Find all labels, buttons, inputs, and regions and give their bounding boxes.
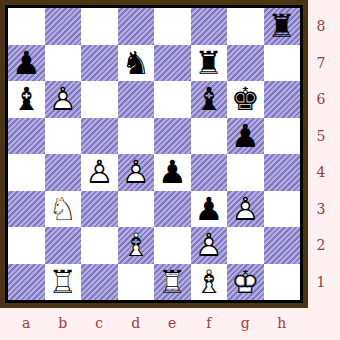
rank-label-5: 5	[317, 128, 326, 144]
square-f4[interactable]	[191, 154, 228, 191]
square-f6[interactable]: ♝	[191, 81, 228, 118]
white-piece-outline-glyph: ♙	[118, 154, 155, 191]
square-f2[interactable]: ♟♙	[191, 227, 228, 264]
square-a1[interactable]	[8, 264, 45, 301]
square-a6[interactable]: ♝	[8, 81, 45, 118]
chess-board: ♜♟♞♜♝♟♙♝♚♟♟♙♟♙♟♞♘♟♟♙♝♗♟♙♜♖♜♖♝♗♚♔	[8, 8, 300, 300]
square-b4[interactable]	[45, 154, 82, 191]
white-piece-outline-glyph: ♔	[227, 264, 264, 301]
square-b8[interactable]	[45, 8, 82, 45]
square-c7[interactable]	[81, 45, 118, 82]
black-piece-glyph: ♝	[191, 81, 228, 118]
square-e4[interactable]: ♟	[154, 154, 191, 191]
square-g5[interactable]: ♟	[227, 118, 264, 155]
black-bishop-f6[interactable]: ♝	[191, 81, 228, 118]
white-piece-outline-glyph: ♙	[81, 154, 118, 191]
black-piece-glyph: ♝	[8, 81, 45, 118]
file-label-b: b	[58, 315, 67, 331]
black-piece-glyph: ♚	[227, 81, 264, 118]
square-g3[interactable]: ♟♙	[227, 191, 264, 228]
square-d5[interactable]	[118, 118, 155, 155]
white-pawn-d4[interactable]: ♟♙	[118, 154, 155, 191]
white-piece-outline-glyph: ♙	[227, 191, 264, 228]
square-a5[interactable]	[8, 118, 45, 155]
rank-label-2: 2	[317, 237, 326, 253]
square-g6[interactable]: ♚	[227, 81, 264, 118]
black-king-g6[interactable]: ♚	[227, 81, 264, 118]
white-piece-outline-glyph: ♖	[154, 264, 191, 301]
square-b6[interactable]: ♟♙	[45, 81, 82, 118]
square-d2[interactable]: ♝♗	[118, 227, 155, 264]
square-a3[interactable]	[8, 191, 45, 228]
square-f3[interactable]: ♟	[191, 191, 228, 228]
square-h4[interactable]	[264, 154, 301, 191]
black-piece-glyph: ♟	[227, 118, 264, 155]
file-labels: abcdefgh	[8, 310, 300, 336]
square-c3[interactable]	[81, 191, 118, 228]
square-f8[interactable]	[191, 8, 228, 45]
square-e2[interactable]	[154, 227, 191, 264]
rank-label-1: 1	[317, 274, 326, 290]
square-c4[interactable]: ♟♙	[81, 154, 118, 191]
square-d6[interactable]	[118, 81, 155, 118]
black-rook-h8[interactable]: ♜	[264, 8, 301, 45]
square-b3[interactable]: ♞♘	[45, 191, 82, 228]
black-piece-glyph: ♟	[154, 154, 191, 191]
white-pawn-c4[interactable]: ♟♙	[81, 154, 118, 191]
square-d4[interactable]: ♟♙	[118, 154, 155, 191]
white-pawn-b6[interactable]: ♟♙	[45, 81, 82, 118]
white-piece-outline-glyph: ♙	[45, 81, 82, 118]
square-d7[interactable]: ♞	[118, 45, 155, 82]
black-piece-glyph: ♞	[118, 45, 155, 82]
black-piece-glyph: ♜	[264, 8, 301, 45]
white-king-g1[interactable]: ♚♔	[227, 264, 264, 301]
square-h5[interactable]	[264, 118, 301, 155]
square-c5[interactable]	[81, 118, 118, 155]
black-pawn-f3[interactable]: ♟	[191, 191, 228, 228]
file-label-h: h	[277, 315, 286, 331]
square-b5[interactable]	[45, 118, 82, 155]
square-a4[interactable]	[8, 154, 45, 191]
square-d3[interactable]	[118, 191, 155, 228]
file-label-f: f	[206, 315, 211, 331]
square-a7[interactable]: ♟	[8, 45, 45, 82]
square-e6[interactable]	[154, 81, 191, 118]
black-pawn-e4[interactable]: ♟	[154, 154, 191, 191]
square-e1[interactable]: ♜♖	[154, 264, 191, 301]
square-h2[interactable]	[264, 227, 301, 264]
white-piece-outline-glyph: ♗	[191, 264, 228, 301]
rank-label-7: 7	[317, 55, 326, 71]
square-e5[interactable]	[154, 118, 191, 155]
square-d8[interactable]	[118, 8, 155, 45]
white-pawn-g3[interactable]: ♟♙	[227, 191, 264, 228]
square-b2[interactable]	[45, 227, 82, 264]
square-h6[interactable]	[264, 81, 301, 118]
square-d1[interactable]	[118, 264, 155, 301]
white-rook-e1[interactable]: ♜♖	[154, 264, 191, 301]
square-e7[interactable]	[154, 45, 191, 82]
square-h8[interactable]: ♜	[264, 8, 301, 45]
black-pawn-a7[interactable]: ♟	[8, 45, 45, 82]
white-bishop-d2[interactable]: ♝♗	[118, 227, 155, 264]
white-pawn-f2[interactable]: ♟♙	[191, 227, 228, 264]
board-inner-border: ♜♟♞♜♝♟♙♝♚♟♟♙♟♙♟♞♘♟♟♙♝♗♟♙♜♖♜♖♝♗♚♔	[5, 5, 303, 303]
square-h1[interactable]	[264, 264, 301, 301]
black-knight-d7[interactable]: ♞	[118, 45, 155, 82]
white-piece-outline-glyph: ♘	[45, 191, 82, 228]
square-b1[interactable]: ♜♖	[45, 264, 82, 301]
white-piece-outline-glyph: ♖	[45, 264, 82, 301]
square-g4[interactable]	[227, 154, 264, 191]
black-bishop-a6[interactable]: ♝	[8, 81, 45, 118]
file-label-a: a	[22, 315, 30, 331]
file-label-d: d	[131, 315, 140, 331]
square-g1[interactable]: ♚♔	[227, 264, 264, 301]
square-a8[interactable]	[8, 8, 45, 45]
rank-label-6: 6	[317, 91, 326, 107]
square-g2[interactable]	[227, 227, 264, 264]
square-g8[interactable]	[227, 8, 264, 45]
square-c8[interactable]	[81, 8, 118, 45]
square-e8[interactable]	[154, 8, 191, 45]
square-f7[interactable]: ♜	[191, 45, 228, 82]
black-piece-glyph: ♜	[191, 45, 228, 82]
black-piece-glyph: ♟	[8, 45, 45, 82]
square-f5[interactable]	[191, 118, 228, 155]
board-frame: ♜♟♞♜♝♟♙♝♚♟♟♙♟♙♟♞♘♟♟♙♝♗♟♙♜♖♜♖♝♗♚♔	[0, 0, 308, 308]
white-piece-outline-glyph: ♙	[191, 227, 228, 264]
white-piece-outline-glyph: ♗	[118, 227, 155, 264]
square-g7[interactable]	[227, 45, 264, 82]
square-c1[interactable]	[81, 264, 118, 301]
rank-label-3: 3	[317, 201, 326, 217]
square-c6[interactable]	[81, 81, 118, 118]
white-bishop-f1[interactable]: ♝♗	[191, 264, 228, 301]
square-c2[interactable]	[81, 227, 118, 264]
rank-labels: 87654321	[308, 8, 334, 300]
square-a2[interactable]	[8, 227, 45, 264]
square-f1[interactable]: ♝♗	[191, 264, 228, 301]
file-label-c: c	[95, 315, 103, 331]
square-h7[interactable]	[264, 45, 301, 82]
file-label-e: e	[168, 315, 176, 331]
black-pawn-g5[interactable]: ♟	[227, 118, 264, 155]
rank-label-4: 4	[317, 164, 326, 180]
black-piece-glyph: ♟	[191, 191, 228, 228]
white-rook-b1[interactable]: ♜♖	[45, 264, 82, 301]
file-label-g: g	[241, 315, 250, 331]
square-e3[interactable]	[154, 191, 191, 228]
square-b7[interactable]	[45, 45, 82, 82]
square-h3[interactable]	[264, 191, 301, 228]
rank-label-8: 8	[317, 18, 326, 34]
black-rook-f7[interactable]: ♜	[191, 45, 228, 82]
white-knight-b3[interactable]: ♞♘	[45, 191, 82, 228]
chess-diagram-page: ♜♟♞♜♝♟♙♝♚♟♟♙♟♙♟♞♘♟♟♙♝♗♟♙♜♖♜♖♝♗♚♔ abcdefg…	[0, 0, 340, 340]
